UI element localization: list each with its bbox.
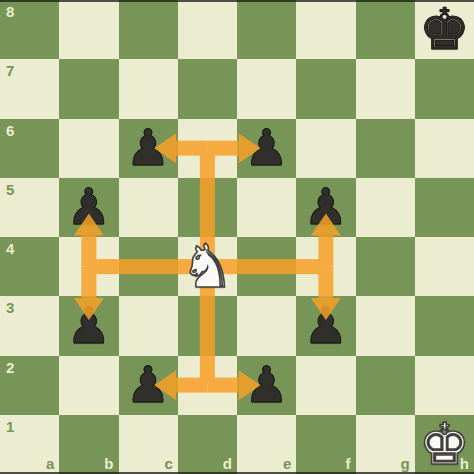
piece-black-pawn-c2[interactable]: ♟ bbox=[119, 356, 178, 415]
rank-label-1: 1 bbox=[6, 419, 14, 434]
square-f7[interactable] bbox=[296, 59, 355, 118]
piece-black-pawn-c6[interactable]: ♟ bbox=[119, 119, 178, 178]
piece-black-pawn-b5[interactable]: ♟ bbox=[59, 178, 118, 237]
rank-label-5: 5 bbox=[6, 182, 14, 197]
file-label-d: d bbox=[223, 456, 232, 471]
piece-black-pawn-e6[interactable]: ♟ bbox=[237, 119, 296, 178]
square-f8[interactable] bbox=[296, 0, 355, 59]
square-c5[interactable] bbox=[119, 178, 178, 237]
rank-label-8: 8 bbox=[6, 4, 14, 19]
square-g6[interactable] bbox=[356, 119, 415, 178]
black-pawn-glyph: ♟ bbox=[303, 301, 348, 351]
square-h2[interactable] bbox=[415, 356, 474, 415]
white-king-glyph: ♚ bbox=[419, 416, 470, 473]
file-label-g: g bbox=[401, 456, 410, 471]
square-c1[interactable]: c bbox=[119, 415, 178, 474]
square-g5[interactable] bbox=[356, 178, 415, 237]
piece-black-pawn-b3[interactable]: ♟ bbox=[59, 296, 118, 355]
square-d1[interactable]: d bbox=[178, 415, 237, 474]
chess-board-screenshot: 87654321abcdefgh ♚♟♟♟♟♟♟♟♟♚ ♞ bbox=[0, 0, 474, 474]
black-pawn-glyph: ♟ bbox=[303, 182, 348, 232]
square-d6[interactable] bbox=[178, 119, 237, 178]
piece-black-pawn-f3[interactable]: ♟ bbox=[296, 296, 355, 355]
square-c3[interactable] bbox=[119, 296, 178, 355]
square-h3[interactable] bbox=[415, 296, 474, 355]
square-e7[interactable] bbox=[237, 59, 296, 118]
square-g2[interactable] bbox=[356, 356, 415, 415]
black-pawn-glyph: ♟ bbox=[66, 301, 111, 351]
file-label-b: b bbox=[104, 456, 113, 471]
square-a7[interactable]: 7 bbox=[0, 59, 59, 118]
square-d3[interactable] bbox=[178, 296, 237, 355]
rank-label-4: 4 bbox=[6, 241, 14, 256]
square-f6[interactable] bbox=[296, 119, 355, 178]
square-b6[interactable] bbox=[59, 119, 118, 178]
rank-label-6: 6 bbox=[6, 123, 14, 138]
square-h7[interactable] bbox=[415, 59, 474, 118]
black-pawn-glyph: ♟ bbox=[244, 360, 289, 410]
square-a4[interactable]: 4 bbox=[0, 237, 59, 296]
piece-white-knight-d4[interactable]: ♞ bbox=[178, 237, 237, 296]
square-g4[interactable] bbox=[356, 237, 415, 296]
rank-label-3: 3 bbox=[6, 300, 14, 315]
square-d2[interactable] bbox=[178, 356, 237, 415]
square-d7[interactable] bbox=[178, 59, 237, 118]
square-h5[interactable] bbox=[415, 178, 474, 237]
file-label-c: c bbox=[164, 456, 172, 471]
file-label-a: a bbox=[46, 456, 54, 471]
piece-black-pawn-f5[interactable]: ♟ bbox=[296, 178, 355, 237]
square-a2[interactable]: 2 bbox=[0, 356, 59, 415]
square-f4[interactable] bbox=[296, 237, 355, 296]
square-a8[interactable]: 8 bbox=[0, 0, 59, 59]
square-e3[interactable] bbox=[237, 296, 296, 355]
white-knight-glyph: ♞ bbox=[180, 237, 234, 297]
file-label-f: f bbox=[346, 456, 351, 471]
square-e5[interactable] bbox=[237, 178, 296, 237]
piece-black-pawn-e2[interactable]: ♟ bbox=[237, 356, 296, 415]
square-d8[interactable] bbox=[178, 0, 237, 59]
rank-label-2: 2 bbox=[6, 360, 14, 375]
file-label-e: e bbox=[283, 456, 291, 471]
piece-white-king-h1[interactable]: ♚ bbox=[415, 415, 474, 474]
square-f2[interactable] bbox=[296, 356, 355, 415]
square-c7[interactable] bbox=[119, 59, 178, 118]
square-e4[interactable] bbox=[237, 237, 296, 296]
square-h4[interactable] bbox=[415, 237, 474, 296]
square-h6[interactable] bbox=[415, 119, 474, 178]
square-a5[interactable]: 5 bbox=[0, 178, 59, 237]
square-a6[interactable]: 6 bbox=[0, 119, 59, 178]
piece-black-king-h8[interactable]: ♚ bbox=[415, 0, 474, 59]
square-f1[interactable]: f bbox=[296, 415, 355, 474]
square-g7[interactable] bbox=[356, 59, 415, 118]
black-king-glyph: ♚ bbox=[419, 1, 470, 58]
black-pawn-glyph: ♟ bbox=[244, 123, 289, 173]
square-b1[interactable]: b bbox=[59, 415, 118, 474]
square-b2[interactable] bbox=[59, 356, 118, 415]
square-c4[interactable] bbox=[119, 237, 178, 296]
black-pawn-glyph: ♟ bbox=[126, 123, 171, 173]
square-e8[interactable] bbox=[237, 0, 296, 59]
square-a1[interactable]: 1a bbox=[0, 415, 59, 474]
square-a3[interactable]: 3 bbox=[0, 296, 59, 355]
black-pawn-glyph: ♟ bbox=[126, 360, 171, 410]
black-pawn-glyph: ♟ bbox=[66, 182, 111, 232]
square-d5[interactable] bbox=[178, 178, 237, 237]
square-b4[interactable] bbox=[59, 237, 118, 296]
square-b7[interactable] bbox=[59, 59, 118, 118]
square-g3[interactable] bbox=[356, 296, 415, 355]
rank-label-7: 7 bbox=[6, 63, 14, 78]
square-g1[interactable]: g bbox=[356, 415, 415, 474]
square-b8[interactable] bbox=[59, 0, 118, 59]
square-e1[interactable]: e bbox=[237, 415, 296, 474]
square-g8[interactable] bbox=[356, 0, 415, 59]
square-c8[interactable] bbox=[119, 0, 178, 59]
